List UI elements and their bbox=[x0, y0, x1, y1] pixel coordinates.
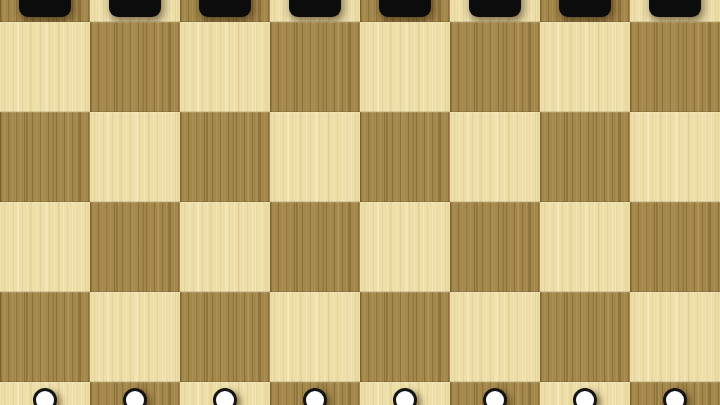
square-b2[interactable] bbox=[90, 382, 180, 405]
square-f5[interactable] bbox=[450, 112, 540, 202]
square-e6[interactable] bbox=[360, 22, 450, 112]
square-f2[interactable] bbox=[450, 382, 540, 405]
square-h2[interactable] bbox=[630, 382, 720, 405]
square-d4[interactable] bbox=[270, 202, 360, 292]
square-e3[interactable] bbox=[360, 292, 450, 382]
square-d2[interactable] bbox=[270, 382, 360, 405]
square-f6[interactable] bbox=[450, 22, 540, 112]
square-h3[interactable] bbox=[630, 292, 720, 382]
square-g7[interactable] bbox=[540, 0, 630, 22]
square-b5[interactable] bbox=[90, 112, 180, 202]
black-pawn[interactable] bbox=[289, 0, 341, 17]
square-c6[interactable] bbox=[180, 22, 270, 112]
square-h6[interactable] bbox=[630, 22, 720, 112]
square-c7[interactable] bbox=[180, 0, 270, 22]
square-f4[interactable] bbox=[450, 202, 540, 292]
square-g2[interactable] bbox=[540, 382, 630, 405]
black-pawn[interactable] bbox=[469, 0, 521, 17]
square-a7[interactable] bbox=[0, 0, 90, 22]
white-pawn[interactable] bbox=[303, 388, 327, 405]
white-pawn[interactable] bbox=[663, 388, 687, 405]
black-pawn[interactable] bbox=[649, 0, 701, 17]
square-e4[interactable] bbox=[360, 202, 450, 292]
white-pawn[interactable] bbox=[573, 388, 597, 405]
square-b4[interactable] bbox=[90, 202, 180, 292]
white-pawn[interactable] bbox=[213, 388, 237, 405]
square-a5[interactable] bbox=[0, 112, 90, 202]
square-g4[interactable] bbox=[540, 202, 630, 292]
square-b6[interactable] bbox=[90, 22, 180, 112]
square-e5[interactable] bbox=[360, 112, 450, 202]
square-a6[interactable] bbox=[0, 22, 90, 112]
square-c5[interactable] bbox=[180, 112, 270, 202]
square-d3[interactable] bbox=[270, 292, 360, 382]
chess-board: ♜♞♝♛♚♝♞♜♖♘♗♕♔♗♘♖ bbox=[0, 0, 720, 405]
square-h4[interactable] bbox=[630, 202, 720, 292]
square-b7[interactable] bbox=[90, 0, 180, 22]
square-d6[interactable] bbox=[270, 22, 360, 112]
black-pawn[interactable] bbox=[379, 0, 431, 17]
black-pawn[interactable] bbox=[109, 0, 161, 17]
square-c4[interactable] bbox=[180, 202, 270, 292]
square-a3[interactable] bbox=[0, 292, 90, 382]
square-e2[interactable] bbox=[360, 382, 450, 405]
square-d7[interactable] bbox=[270, 0, 360, 22]
square-g3[interactable] bbox=[540, 292, 630, 382]
black-pawn[interactable] bbox=[19, 0, 71, 17]
square-c3[interactable] bbox=[180, 292, 270, 382]
white-pawn[interactable] bbox=[123, 388, 147, 405]
square-g6[interactable] bbox=[540, 22, 630, 112]
square-e7[interactable] bbox=[360, 0, 450, 22]
square-b3[interactable] bbox=[90, 292, 180, 382]
square-d5[interactable] bbox=[270, 112, 360, 202]
square-a2[interactable] bbox=[0, 382, 90, 405]
black-pawn[interactable] bbox=[559, 0, 611, 17]
square-a4[interactable] bbox=[0, 202, 90, 292]
square-f3[interactable] bbox=[450, 292, 540, 382]
square-f7[interactable] bbox=[450, 0, 540, 22]
square-h5[interactable] bbox=[630, 112, 720, 202]
square-g5[interactable] bbox=[540, 112, 630, 202]
white-pawn[interactable] bbox=[33, 388, 57, 405]
square-c2[interactable] bbox=[180, 382, 270, 405]
black-pawn[interactable] bbox=[199, 0, 251, 17]
white-pawn[interactable] bbox=[393, 388, 417, 405]
white-pawn[interactable] bbox=[483, 388, 507, 405]
square-h7[interactable] bbox=[630, 0, 720, 22]
chess-board-viewport: ♜♞♝♛♚♝♞♜♖♘♗♕♔♗♘♖ bbox=[0, 0, 720, 405]
